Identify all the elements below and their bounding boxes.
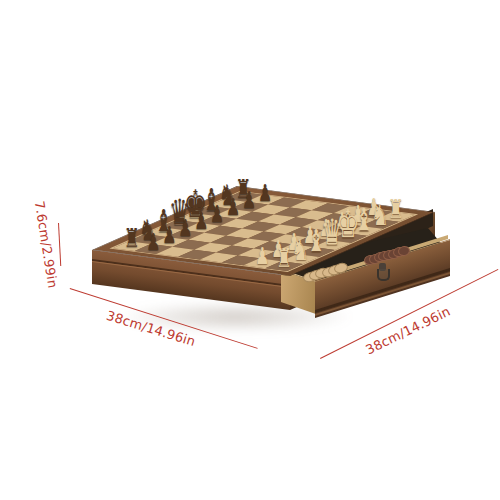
latch-hook <box>377 269 390 281</box>
dimension-line-height <box>58 223 61 266</box>
drawer-latch <box>377 263 388 279</box>
product-scene: ♜♟♞♟♝♟♟♜♚♟♟♞♛♟♟♝♝♟♟♚♞♟♟♛♜♟♟♝♟♞♟♜ 38cm/14… <box>0 0 500 500</box>
dimension-label-height: 7.6cm/2.99in <box>32 200 60 287</box>
